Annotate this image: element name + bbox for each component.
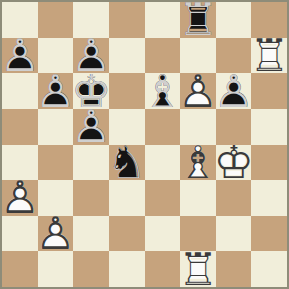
square-g6[interactable]: ♟♙: [216, 73, 252, 109]
black-pawn-fill-glyph-icon: ♟: [73, 109, 109, 145]
square-c7[interactable]: ♟♙: [73, 38, 109, 74]
square-f8[interactable]: ♜♖: [180, 2, 216, 38]
square-b3[interactable]: [38, 180, 74, 216]
square-e6[interactable]: ♝♗: [145, 73, 181, 109]
square-e7[interactable]: [145, 38, 181, 74]
square-b2[interactable]: ♟♙: [38, 216, 74, 252]
square-a3[interactable]: ♟♙: [2, 180, 38, 216]
square-e8[interactable]: [145, 2, 181, 38]
piece-white-rook[interactable]: ♜♖: [180, 251, 216, 287]
white-rook-outline-glyph-icon: ♖: [180, 251, 216, 287]
square-c3[interactable]: [73, 180, 109, 216]
piece-black-pawn[interactable]: ♟♙: [73, 109, 109, 145]
square-e1[interactable]: [145, 251, 181, 287]
square-c8[interactable]: [73, 2, 109, 38]
square-a1[interactable]: [2, 251, 38, 287]
piece-black-pawn[interactable]: ♟♙: [73, 38, 109, 74]
square-g2[interactable]: [216, 216, 252, 252]
square-d4[interactable]: ♞♘: [109, 145, 145, 181]
black-pawn-fill-glyph-icon: ♟: [38, 73, 74, 109]
square-f4[interactable]: ♝♗: [180, 145, 216, 181]
square-a4[interactable]: [2, 145, 38, 181]
square-a5[interactable]: [2, 109, 38, 145]
square-h5[interactable]: [251, 109, 287, 145]
square-b5[interactable]: [38, 109, 74, 145]
square-c4[interactable]: [73, 145, 109, 181]
black-pawn-outline-glyph-icon: ♙: [216, 73, 252, 109]
square-d5[interactable]: [109, 109, 145, 145]
black-king-outline-glyph-icon: ♔: [73, 73, 109, 109]
chess-board: ♜♖♟♙♟♙♜♖♟♙♚♔♝♗♟♙♟♙♟♙♞♘♝♗♚♔♟♙♟♙♜♖: [0, 0, 289, 289]
square-f6[interactable]: ♟♙: [180, 73, 216, 109]
black-pawn-outline-glyph-icon: ♙: [38, 73, 74, 109]
white-bishop-fill-glyph-icon: ♝: [180, 145, 216, 181]
square-h1[interactable]: [251, 251, 287, 287]
square-g7[interactable]: [216, 38, 252, 74]
black-pawn-fill-glyph-icon: ♟: [73, 38, 109, 74]
black-king-fill-glyph-icon: ♚: [73, 73, 109, 109]
square-c6[interactable]: ♚♔: [73, 73, 109, 109]
square-a2[interactable]: [2, 216, 38, 252]
piece-white-rook[interactable]: ♜♖: [251, 38, 287, 74]
square-b7[interactable]: [38, 38, 74, 74]
square-a6[interactable]: [2, 73, 38, 109]
square-g1[interactable]: [216, 251, 252, 287]
white-pawn-fill-glyph-icon: ♟: [38, 216, 74, 252]
square-e3[interactable]: [145, 180, 181, 216]
square-h2[interactable]: [251, 216, 287, 252]
white-rook-fill-glyph-icon: ♜: [251, 38, 287, 74]
white-rook-outline-glyph-icon: ♖: [251, 38, 287, 74]
square-f5[interactable]: [180, 109, 216, 145]
white-pawn-outline-glyph-icon: ♙: [180, 73, 216, 109]
square-d1[interactable]: [109, 251, 145, 287]
piece-white-pawn[interactable]: ♟♙: [38, 216, 74, 252]
black-knight-outline-glyph-icon: ♘: [109, 145, 145, 181]
square-g5[interactable]: [216, 109, 252, 145]
square-g4[interactable]: ♚♔: [216, 145, 252, 181]
black-pawn-fill-glyph-icon: ♟: [2, 38, 38, 74]
square-a8[interactable]: [2, 2, 38, 38]
square-e2[interactable]: [145, 216, 181, 252]
white-rook-fill-glyph-icon: ♜: [180, 251, 216, 287]
square-h8[interactable]: [251, 2, 287, 38]
chess-board-window: ♜♖♟♙♟♙♜♖♟♙♚♔♝♗♟♙♟♙♟♙♞♘♝♗♚♔♟♙♟♙♜♖: [0, 0, 289, 289]
square-b4[interactable]: [38, 145, 74, 181]
black-bishop-fill-glyph-icon: ♝: [145, 73, 181, 109]
white-pawn-fill-glyph-icon: ♟: [180, 73, 216, 109]
piece-white-pawn[interactable]: ♟♙: [2, 180, 38, 216]
square-b6[interactable]: ♟♙: [38, 73, 74, 109]
white-pawn-outline-glyph-icon: ♙: [2, 180, 38, 216]
white-bishop-outline-glyph-icon: ♗: [180, 145, 216, 181]
piece-white-pawn[interactable]: ♟♙: [180, 73, 216, 109]
white-pawn-fill-glyph-icon: ♟: [2, 180, 38, 216]
square-f3[interactable]: [180, 180, 216, 216]
piece-black-rook[interactable]: ♜♖: [180, 2, 216, 38]
square-e5[interactable]: [145, 109, 181, 145]
square-c2[interactable]: [73, 216, 109, 252]
square-f1[interactable]: ♜♖: [180, 251, 216, 287]
black-pawn-outline-glyph-icon: ♙: [73, 109, 109, 145]
black-pawn-fill-glyph-icon: ♟: [216, 73, 252, 109]
piece-white-bishop[interactable]: ♝♗: [180, 145, 216, 181]
piece-black-knight[interactable]: ♞♘: [109, 145, 145, 181]
square-h3[interactable]: [251, 180, 287, 216]
white-pawn-outline-glyph-icon: ♙: [38, 216, 74, 252]
piece-black-king[interactable]: ♚♔: [73, 73, 109, 109]
square-b1[interactable]: [38, 251, 74, 287]
piece-black-pawn[interactable]: ♟♙: [38, 73, 74, 109]
square-f2[interactable]: [180, 216, 216, 252]
square-e4[interactable]: [145, 145, 181, 181]
black-pawn-outline-glyph-icon: ♙: [73, 38, 109, 74]
square-g8[interactable]: [216, 2, 252, 38]
square-c1[interactable]: [73, 251, 109, 287]
piece-white-king[interactable]: ♚♔: [216, 145, 252, 181]
square-a7[interactable]: ♟♙: [2, 38, 38, 74]
square-d6[interactable]: [109, 73, 145, 109]
piece-black-pawn[interactable]: ♟♙: [2, 38, 38, 74]
black-bishop-outline-glyph-icon: ♗: [145, 73, 181, 109]
piece-black-pawn[interactable]: ♟♙: [216, 73, 252, 109]
square-d8[interactable]: [109, 2, 145, 38]
square-c5[interactable]: ♟♙: [73, 109, 109, 145]
black-rook-outline-glyph-icon: ♖: [180, 2, 216, 38]
piece-black-bishop[interactable]: ♝♗: [145, 73, 181, 109]
square-f7[interactable]: [180, 38, 216, 74]
square-h7[interactable]: ♜♖: [251, 38, 287, 74]
square-g3[interactable]: [216, 180, 252, 216]
black-rook-fill-glyph-icon: ♜: [180, 2, 216, 38]
square-d3[interactable]: [109, 180, 145, 216]
square-h4[interactable]: [251, 145, 287, 181]
black-knight-fill-glyph-icon: ♞: [109, 145, 145, 181]
white-king-outline-glyph-icon: ♔: [216, 145, 252, 181]
square-d2[interactable]: [109, 216, 145, 252]
white-king-fill-glyph-icon: ♚: [216, 145, 252, 181]
black-pawn-outline-glyph-icon: ♙: [2, 38, 38, 74]
square-h6[interactable]: [251, 73, 287, 109]
square-b8[interactable]: [38, 2, 74, 38]
square-d7[interactable]: [109, 38, 145, 74]
